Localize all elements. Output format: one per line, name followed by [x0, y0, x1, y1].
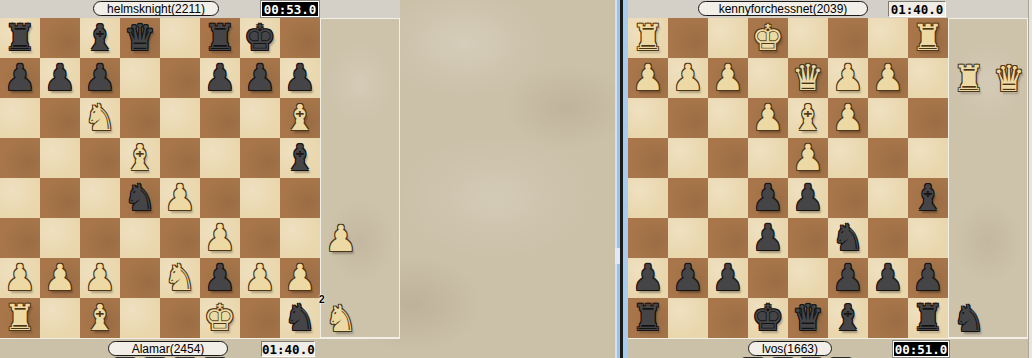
- left-bottom-player-clock: 01:40.0: [261, 341, 315, 357]
- square-c7[interactable]: ♟: [828, 258, 868, 298]
- square-h5[interactable]: ♝: [280, 138, 320, 178]
- square-e3[interactable]: [160, 218, 200, 258]
- square-b8[interactable]: [868, 298, 908, 338]
- bughouse-screen: helmsknight(2211) 00:53.0 ♜♝♛♜♚♟♟♟♟♟♟♞♝♝…: [0, 0, 1032, 358]
- square-g5[interactable]: [668, 178, 708, 218]
- square-c1[interactable]: [828, 18, 868, 58]
- white-pawn: ♟: [204, 218, 236, 258]
- holdings-white-queen[interactable]: ♛: [989, 59, 1029, 99]
- square-a3[interactable]: [0, 218, 40, 258]
- square-f5[interactable]: [708, 178, 748, 218]
- square-g1[interactable]: [240, 298, 280, 338]
- square-e4[interactable]: [748, 138, 788, 178]
- white-pawn: ♟: [44, 258, 76, 298]
- square-b7[interactable]: ♟: [868, 258, 908, 298]
- square-h7[interactable]: ♟: [280, 58, 320, 98]
- white-king: ♚: [204, 298, 236, 338]
- square-f6[interactable]: [708, 218, 748, 258]
- black-pawn: ♟: [672, 258, 704, 298]
- square-c4[interactable]: [80, 178, 120, 218]
- square-f2[interactable]: ♟: [708, 58, 748, 98]
- square-a7[interactable]: ♟: [0, 58, 40, 98]
- square-b4[interactable]: [868, 138, 908, 178]
- square-d2[interactable]: ♛: [788, 58, 828, 98]
- square-d1[interactable]: [788, 18, 828, 58]
- square-f8[interactable]: [708, 298, 748, 338]
- square-d8[interactable]: ♛: [788, 298, 828, 338]
- white-knight: ♞: [164, 258, 196, 298]
- square-f3[interactable]: ♟: [200, 218, 240, 258]
- square-h8[interactable]: ♜: [628, 298, 668, 338]
- square-b8[interactable]: [40, 18, 80, 58]
- right-holdings-panel: ♜♛♞: [948, 18, 1028, 338]
- square-e6[interactable]: ♟: [748, 218, 788, 258]
- holdings-white-knight[interactable]: ♞2: [321, 299, 361, 339]
- holdings-white-rook[interactable]: ♜: [949, 59, 989, 99]
- black-knight: ♞: [832, 218, 864, 258]
- holdings-black-knight[interactable]: ♞: [949, 299, 989, 339]
- square-e1[interactable]: ♚: [748, 18, 788, 58]
- square-c6[interactable]: ♞: [80, 98, 120, 138]
- square-c5[interactable]: [80, 138, 120, 178]
- black-pawn: ♟: [204, 258, 236, 298]
- square-f6[interactable]: [200, 98, 240, 138]
- square-h4[interactable]: [628, 138, 668, 178]
- black-pawn: ♟: [244, 58, 276, 98]
- square-e5[interactable]: ♟: [748, 178, 788, 218]
- square-d5[interactable]: ♝: [120, 138, 160, 178]
- square-d1[interactable]: [120, 298, 160, 338]
- square-a5[interactable]: [0, 138, 40, 178]
- square-a4[interactable]: [908, 138, 948, 178]
- square-b1[interactable]: [868, 18, 908, 58]
- white-rook: ♜: [912, 18, 944, 58]
- white-pawn: ♟: [872, 58, 904, 98]
- right-top-bar: kennyforchessnet(2039) 01:40.0: [628, 0, 1032, 18]
- square-g2[interactable]: ♟: [240, 258, 280, 298]
- square-c8[interactable]: ♝: [80, 18, 120, 58]
- square-f3[interactable]: [708, 98, 748, 138]
- square-g7[interactable]: ♟: [240, 58, 280, 98]
- square-d3[interactable]: [120, 218, 160, 258]
- square-b4[interactable]: [40, 178, 80, 218]
- holdings-white-pawn[interactable]: ♟: [321, 219, 361, 259]
- square-c2[interactable]: ♟: [828, 58, 868, 98]
- black-bishop: ♝: [284, 138, 316, 178]
- square-g1[interactable]: [668, 18, 708, 58]
- right-window-frame: [615, 0, 628, 358]
- square-g8[interactable]: ♚: [240, 18, 280, 58]
- square-a2[interactable]: ♟: [0, 258, 40, 298]
- right-bottom-player-clock: 00:51.0: [893, 341, 949, 357]
- square-c1[interactable]: ♝: [80, 298, 120, 338]
- black-pawn: ♟: [632, 258, 664, 298]
- square-e8[interactable]: [160, 18, 200, 58]
- left-holdings-panel: ♟♞2: [320, 18, 400, 338]
- square-b3[interactable]: [40, 218, 80, 258]
- square-h1[interactable]: ♜: [628, 18, 668, 58]
- square-d8[interactable]: ♛: [120, 18, 160, 58]
- square-h8[interactable]: [280, 18, 320, 58]
- square-b6[interactable]: [40, 98, 80, 138]
- black-pawn: ♟: [752, 218, 784, 258]
- square-d6[interactable]: [788, 218, 828, 258]
- square-e2[interactable]: ♞: [160, 258, 200, 298]
- square-b1[interactable]: [40, 298, 80, 338]
- square-f7[interactable]: ♟: [200, 58, 240, 98]
- right-window-edge: [1028, 0, 1032, 358]
- square-f4[interactable]: [708, 138, 748, 178]
- square-e1[interactable]: [160, 298, 200, 338]
- square-a1[interactable]: ♜: [908, 18, 948, 58]
- square-c3[interactable]: ♟: [828, 98, 868, 138]
- right-top-player-name: kennyforchessnet(2039): [698, 1, 868, 16]
- square-b3[interactable]: [868, 98, 908, 138]
- square-h7[interactable]: ♟: [628, 258, 668, 298]
- square-b5[interactable]: [868, 178, 908, 218]
- square-c2[interactable]: ♟: [80, 258, 120, 298]
- white-queen: ♛: [792, 58, 824, 98]
- square-h2[interactable]: ♟: [280, 258, 320, 298]
- black-pawn: ♟: [4, 58, 36, 98]
- black-queen: ♛: [792, 298, 824, 338]
- square-h6[interactable]: [628, 218, 668, 258]
- square-b2[interactable]: ♟: [40, 258, 80, 298]
- square-e4[interactable]: ♟: [160, 178, 200, 218]
- square-d4[interactable]: ♟: [788, 138, 828, 178]
- white-pawn: ♟: [752, 98, 784, 138]
- frame-scroll-thumb[interactable]: [615, 248, 620, 264]
- white-pawn: ♟: [632, 58, 664, 98]
- square-c4[interactable]: [828, 138, 868, 178]
- square-f4[interactable]: [200, 178, 240, 218]
- square-h3[interactable]: [280, 218, 320, 258]
- holdings-piece-count: 2: [319, 295, 325, 305]
- square-h6[interactable]: ♝: [280, 98, 320, 138]
- square-g4[interactable]: [240, 178, 280, 218]
- black-pawn: ♟: [204, 58, 236, 98]
- square-e7[interactable]: [160, 58, 200, 98]
- square-b2[interactable]: ♟: [868, 58, 908, 98]
- black-pawn: ♟: [792, 178, 824, 218]
- black-knight: ♞: [124, 178, 156, 218]
- square-e2[interactable]: [748, 58, 788, 98]
- right-chess-board: ♜♚♜♟♟♟♛♟♟♟♝♟♟♟♟♝♟♞♟♟♟♟♟♟♜♚♛♝♜: [628, 18, 948, 338]
- square-a3[interactable]: [908, 98, 948, 138]
- square-f7[interactable]: ♟: [708, 258, 748, 298]
- right-bottom-player-name: lvos(1663): [748, 341, 832, 356]
- square-a4[interactable]: [0, 178, 40, 218]
- black-pawn: ♟: [44, 58, 76, 98]
- square-h5[interactable]: [628, 178, 668, 218]
- square-e3[interactable]: ♟: [748, 98, 788, 138]
- left-bottom-player-name: Alamar(2454): [108, 341, 228, 356]
- white-pawn: ♟: [832, 98, 864, 138]
- square-d6[interactable]: [120, 98, 160, 138]
- square-f8[interactable]: ♜: [200, 18, 240, 58]
- square-d5[interactable]: ♟: [788, 178, 828, 218]
- white-pawn: ♟: [164, 178, 196, 218]
- black-pawn: ♟: [84, 58, 116, 98]
- square-e6[interactable]: [160, 98, 200, 138]
- black-knight: ♞: [284, 298, 316, 338]
- black-pawn: ♟: [832, 258, 864, 298]
- white-bishop: ♝: [792, 98, 824, 138]
- square-g2[interactable]: ♟: [668, 58, 708, 98]
- square-a7[interactable]: ♟: [908, 258, 948, 298]
- white-pawn: ♟: [832, 58, 864, 98]
- square-a1[interactable]: ♜: [0, 298, 40, 338]
- square-g6[interactable]: [668, 218, 708, 258]
- square-g6[interactable]: [240, 98, 280, 138]
- right-top-player-clock: 01:40.0: [888, 1, 946, 17]
- left-bottom-bar: Alamar(2454) 01:40.0: [0, 338, 400, 358]
- square-c6[interactable]: ♞: [828, 218, 868, 258]
- white-pawn: ♟: [244, 258, 276, 298]
- square-a6[interactable]: [908, 218, 948, 258]
- black-king: ♚: [752, 298, 784, 338]
- black-bishop: ♝: [832, 298, 864, 338]
- left-top-bar: helmsknight(2211) 00:53.0: [0, 0, 400, 18]
- square-d7[interactable]: [788, 258, 828, 298]
- square-a6[interactable]: [0, 98, 40, 138]
- black-pawn: ♟: [752, 178, 784, 218]
- black-bishop: ♝: [84, 18, 116, 58]
- square-h3[interactable]: [628, 98, 668, 138]
- square-a2[interactable]: [908, 58, 948, 98]
- square-e5[interactable]: [160, 138, 200, 178]
- white-pawn: ♟: [712, 58, 744, 98]
- square-f2[interactable]: ♟: [200, 258, 240, 298]
- square-f5[interactable]: [200, 138, 240, 178]
- white-rook: ♜: [4, 298, 36, 338]
- black-bishop: ♝: [912, 178, 944, 218]
- square-b6[interactable]: [868, 218, 908, 258]
- white-bishop: ♝: [84, 298, 116, 338]
- square-f1[interactable]: ♚: [200, 298, 240, 338]
- black-queen: ♛: [124, 18, 156, 58]
- square-d2[interactable]: [120, 258, 160, 298]
- square-g5[interactable]: [240, 138, 280, 178]
- white-pawn: ♟: [84, 258, 116, 298]
- square-c7[interactable]: ♟: [80, 58, 120, 98]
- square-b7[interactable]: ♟: [40, 58, 80, 98]
- black-king: ♚: [244, 18, 276, 58]
- white-bishop: ♝: [284, 98, 316, 138]
- white-pawn: ♟: [4, 258, 36, 298]
- square-d4[interactable]: ♞: [120, 178, 160, 218]
- square-g3[interactable]: [240, 218, 280, 258]
- square-h4[interactable]: [280, 178, 320, 218]
- square-e8[interactable]: ♚: [748, 298, 788, 338]
- square-b5[interactable]: [40, 138, 80, 178]
- square-d7[interactable]: [120, 58, 160, 98]
- square-f1[interactable]: [708, 18, 748, 58]
- white-rook: ♜: [632, 18, 664, 58]
- square-c8[interactable]: ♝: [828, 298, 868, 338]
- right-bottom-bar: lvos(1663) 00:51.0: [628, 338, 1032, 358]
- white-knight: ♞: [84, 98, 116, 138]
- left-top-player-clock: 00:53.0: [261, 1, 319, 17]
- square-d3[interactable]: ♝: [788, 98, 828, 138]
- black-rook: ♜: [632, 298, 664, 338]
- square-g3[interactable]: [668, 98, 708, 138]
- square-e7[interactable]: [748, 258, 788, 298]
- square-g4[interactable]: [668, 138, 708, 178]
- square-g7[interactable]: ♟: [668, 258, 708, 298]
- left-top-player-name: helmsknight(2211): [93, 1, 219, 16]
- square-c3[interactable]: [80, 218, 120, 258]
- white-bishop: ♝: [124, 138, 156, 178]
- square-a8[interactable]: ♜: [0, 18, 40, 58]
- square-h1[interactable]: ♞: [280, 298, 320, 338]
- black-pawn: ♟: [284, 58, 316, 98]
- white-pawn: ♟: [792, 138, 824, 178]
- black-pawn: ♟: [712, 258, 744, 298]
- black-pawn: ♟: [912, 258, 944, 298]
- square-a8[interactable]: ♜: [908, 298, 948, 338]
- black-rook: ♜: [204, 18, 236, 58]
- left-chess-board: ♜♝♛♜♚♟♟♟♟♟♟♞♝♝♝♞♟♟♟♟♟♞♟♟♟♜♝♚♞: [0, 18, 320, 338]
- white-pawn: ♟: [672, 58, 704, 98]
- black-pawn: ♟: [872, 258, 904, 298]
- white-pawn: ♟: [284, 258, 316, 298]
- square-h2[interactable]: ♟: [628, 58, 668, 98]
- square-a5[interactable]: ♝: [908, 178, 948, 218]
- square-g8[interactable]: [668, 298, 708, 338]
- black-rook: ♜: [4, 18, 36, 58]
- white-king: ♚: [752, 18, 784, 58]
- black-rook: ♜: [912, 298, 944, 338]
- square-c5[interactable]: [828, 178, 868, 218]
